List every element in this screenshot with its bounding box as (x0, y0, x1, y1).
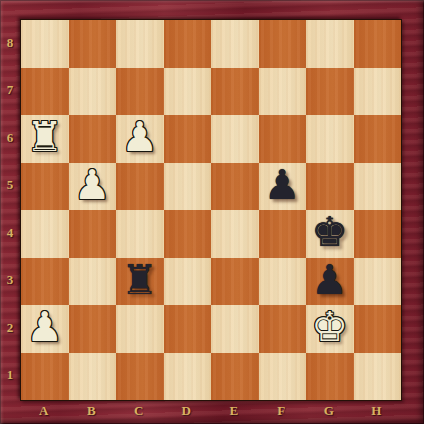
rank-label-2: 2 (0, 304, 20, 352)
square-h1[interactable] (354, 353, 402, 401)
white-king[interactable]: ♚ (311, 307, 348, 348)
square-f1[interactable] (259, 353, 307, 401)
white-pawn[interactable]: ♟ (26, 307, 63, 348)
square-a2[interactable]: ♟ (21, 305, 69, 353)
square-g7[interactable] (306, 68, 354, 116)
rank-label-3: 3 (0, 257, 20, 305)
square-e5[interactable] (211, 163, 259, 211)
square-a1[interactable] (21, 353, 69, 401)
square-a3[interactable] (21, 258, 69, 306)
square-g2[interactable]: ♚ (306, 305, 354, 353)
square-a5[interactable] (21, 163, 69, 211)
square-e7[interactable] (211, 68, 259, 116)
square-e2[interactable] (211, 305, 259, 353)
square-b8[interactable] (69, 20, 117, 68)
black-rook[interactable]: ♜ (121, 260, 158, 301)
square-h5[interactable] (354, 163, 402, 211)
square-b4[interactable] (69, 210, 117, 258)
square-c4[interactable] (116, 210, 164, 258)
square-d2[interactable] (164, 305, 212, 353)
square-b3[interactable] (69, 258, 117, 306)
rank-label-7: 7 (0, 67, 20, 115)
square-b7[interactable] (69, 68, 117, 116)
square-h2[interactable] (354, 305, 402, 353)
square-a8[interactable] (21, 20, 69, 68)
white-pawn[interactable]: ♟ (74, 165, 111, 206)
square-e1[interactable] (211, 353, 259, 401)
square-a7[interactable] (21, 68, 69, 116)
square-f2[interactable] (259, 305, 307, 353)
square-d3[interactable] (164, 258, 212, 306)
square-f3[interactable] (259, 258, 307, 306)
file-label-d: D (163, 399, 211, 422)
white-rook[interactable]: ♜ (26, 117, 63, 158)
rank-label-5: 5 (0, 162, 20, 210)
square-d5[interactable] (164, 163, 212, 211)
square-h7[interactable] (354, 68, 402, 116)
square-d8[interactable] (164, 20, 212, 68)
black-pawn[interactable]: ♟ (311, 260, 348, 301)
square-b1[interactable] (69, 353, 117, 401)
square-h3[interactable] (354, 258, 402, 306)
square-d1[interactable] (164, 353, 212, 401)
file-label-e: E (210, 399, 258, 422)
square-d4[interactable] (164, 210, 212, 258)
square-e4[interactable] (211, 210, 259, 258)
file-label-a: A (20, 399, 68, 422)
rank-labels: 87654321 (0, 19, 20, 399)
chess-board-window: 87654321 ♜♟♟♟♚♜♟♟♚ ABCDEFGH (0, 0, 424, 424)
black-king[interactable]: ♚ (311, 212, 348, 253)
rank-label-6: 6 (0, 114, 20, 162)
file-label-g: G (305, 399, 353, 422)
square-c5[interactable] (116, 163, 164, 211)
square-f6[interactable] (259, 115, 307, 163)
square-c2[interactable] (116, 305, 164, 353)
rank-label-8: 8 (0, 19, 20, 67)
square-f5[interactable]: ♟ (259, 163, 307, 211)
square-g4[interactable]: ♚ (306, 210, 354, 258)
square-h8[interactable] (354, 20, 402, 68)
square-b5[interactable]: ♟ (69, 163, 117, 211)
file-labels: ABCDEFGH (20, 399, 400, 422)
file-label-f: F (258, 399, 306, 422)
square-f7[interactable] (259, 68, 307, 116)
square-c8[interactable] (116, 20, 164, 68)
square-d7[interactable] (164, 68, 212, 116)
square-c6[interactable]: ♟ (116, 115, 164, 163)
square-e6[interactable] (211, 115, 259, 163)
black-pawn[interactable]: ♟ (264, 165, 301, 206)
rank-label-4: 4 (0, 209, 20, 257)
square-f8[interactable] (259, 20, 307, 68)
white-pawn[interactable]: ♟ (121, 117, 158, 158)
chess-board: ♜♟♟♟♚♜♟♟♚ (20, 19, 402, 401)
file-label-b: B (68, 399, 116, 422)
square-h4[interactable] (354, 210, 402, 258)
square-e8[interactable] (211, 20, 259, 68)
square-g1[interactable] (306, 353, 354, 401)
square-f4[interactable] (259, 210, 307, 258)
square-c3[interactable]: ♜ (116, 258, 164, 306)
square-a6[interactable]: ♜ (21, 115, 69, 163)
square-g3[interactable]: ♟ (306, 258, 354, 306)
file-label-h: H (353, 399, 401, 422)
square-b6[interactable] (69, 115, 117, 163)
square-a4[interactable] (21, 210, 69, 258)
square-h6[interactable] (354, 115, 402, 163)
square-e3[interactable] (211, 258, 259, 306)
file-label-c: C (115, 399, 163, 422)
rank-label-1: 1 (0, 352, 20, 400)
square-c1[interactable] (116, 353, 164, 401)
square-d6[interactable] (164, 115, 212, 163)
square-c7[interactable] (116, 68, 164, 116)
square-g5[interactable] (306, 163, 354, 211)
square-g6[interactable] (306, 115, 354, 163)
square-b2[interactable] (69, 305, 117, 353)
square-g8[interactable] (306, 20, 354, 68)
